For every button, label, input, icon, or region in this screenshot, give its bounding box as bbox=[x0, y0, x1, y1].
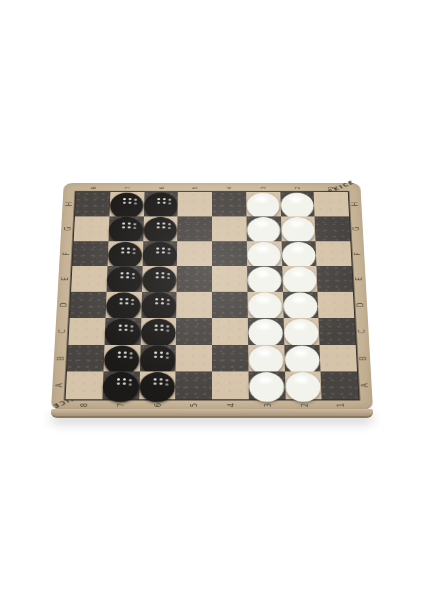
specular-highlight bbox=[155, 298, 158, 300]
specular-highlight bbox=[123, 223, 126, 225]
specular-highlight bbox=[257, 270, 269, 276]
specular-highlight bbox=[257, 296, 270, 302]
square-c4[interactable] bbox=[212, 318, 248, 345]
square-h4[interactable] bbox=[212, 192, 246, 216]
specular-highlight bbox=[154, 351, 157, 353]
square-h8[interactable] bbox=[75, 192, 110, 216]
specular-highlight bbox=[156, 273, 159, 275]
black-man-a7[interactable]: ● bbox=[102, 368, 139, 399]
square-g1[interactable] bbox=[315, 216, 351, 241]
black-man-a6[interactable]: ● bbox=[139, 368, 176, 399]
square-b8[interactable] bbox=[67, 345, 104, 372]
specular-highlight bbox=[156, 247, 159, 249]
square-e4[interactable] bbox=[212, 266, 247, 292]
specular-highlight bbox=[292, 270, 305, 276]
specular-highlight bbox=[295, 376, 308, 383]
square-a8[interactable] bbox=[66, 372, 104, 400]
square-f4[interactable] bbox=[212, 241, 247, 266]
square-g8[interactable] bbox=[74, 216, 110, 241]
specular-highlight bbox=[293, 322, 306, 328]
square-a6[interactable]: ● bbox=[139, 372, 176, 400]
square-c1[interactable] bbox=[319, 318, 356, 345]
square-g5[interactable] bbox=[177, 216, 212, 241]
square-a7[interactable]: ● bbox=[102, 372, 139, 400]
specular-highlight bbox=[157, 198, 160, 200]
specular-highlight bbox=[123, 198, 126, 200]
square-f8[interactable] bbox=[72, 241, 108, 266]
specular-highlight bbox=[290, 196, 302, 202]
square-e5[interactable] bbox=[177, 266, 212, 292]
board-grid: ●●●●●●●●●●●●●●●●●●●●●●●●●●●●●●●● bbox=[66, 192, 359, 399]
specular-highlight bbox=[290, 220, 302, 226]
square-c8[interactable] bbox=[68, 318, 105, 345]
square-a4[interactable] bbox=[212, 372, 249, 400]
square-a2[interactable]: ● bbox=[285, 372, 322, 400]
square-f5[interactable] bbox=[177, 241, 212, 266]
square-e1[interactable] bbox=[317, 266, 353, 292]
specular-highlight bbox=[120, 298, 123, 300]
white-man-a3[interactable]: ● bbox=[248, 368, 285, 399]
dama-board: 87654321 87654321 HGFEDCBA HGFEDCBA ZEKI… bbox=[51, 183, 373, 410]
square-a5[interactable] bbox=[175, 372, 212, 400]
square-h1[interactable] bbox=[314, 192, 349, 216]
square-h5[interactable] bbox=[178, 192, 212, 216]
white-man-a2[interactable]: ● bbox=[284, 368, 321, 399]
specular-highlight bbox=[256, 245, 268, 251]
square-b5[interactable] bbox=[176, 345, 212, 372]
specular-highlight bbox=[122, 247, 125, 249]
square-a3[interactable]: ● bbox=[248, 372, 285, 400]
specular-highlight bbox=[154, 379, 157, 382]
specular-highlight bbox=[292, 296, 305, 302]
specular-highlight bbox=[155, 325, 158, 327]
board-surface: 87654321 87654321 HGFEDCBA HGFEDCBA ZEKI… bbox=[51, 183, 373, 410]
square-f1[interactable] bbox=[316, 241, 352, 266]
specular-highlight bbox=[258, 322, 271, 328]
square-d1[interactable] bbox=[318, 292, 355, 318]
square-c5[interactable] bbox=[176, 318, 212, 345]
product-photo-scene: 87654321 87654321 HGFEDCBA HGFEDCBA ZEKI… bbox=[0, 0, 424, 600]
square-d5[interactable] bbox=[176, 292, 212, 318]
square-a1[interactable] bbox=[321, 372, 359, 400]
specular-highlight bbox=[258, 349, 271, 356]
square-d4[interactable] bbox=[212, 292, 248, 318]
square-d8[interactable] bbox=[70, 292, 107, 318]
square-e8[interactable] bbox=[71, 266, 107, 292]
specular-highlight bbox=[294, 349, 307, 356]
specular-highlight bbox=[157, 223, 160, 225]
square-b1[interactable] bbox=[320, 345, 357, 372]
specular-highlight bbox=[118, 351, 121, 353]
specular-highlight bbox=[291, 245, 303, 251]
specular-highlight bbox=[256, 196, 268, 202]
specular-highlight bbox=[121, 273, 124, 275]
board-front-edge bbox=[51, 409, 373, 418]
specular-highlight bbox=[256, 220, 268, 226]
square-g4[interactable] bbox=[212, 216, 247, 241]
specular-highlight bbox=[258, 376, 271, 383]
specular-highlight bbox=[117, 379, 120, 382]
square-b4[interactable] bbox=[212, 345, 248, 372]
specular-highlight bbox=[119, 325, 122, 327]
